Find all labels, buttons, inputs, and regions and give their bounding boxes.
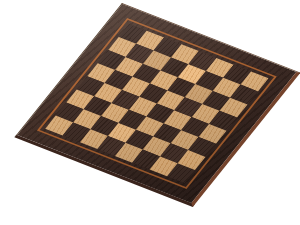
chess-board <box>14 3 300 207</box>
photo-canvas <box>0 0 300 225</box>
playing-field <box>45 24 268 183</box>
